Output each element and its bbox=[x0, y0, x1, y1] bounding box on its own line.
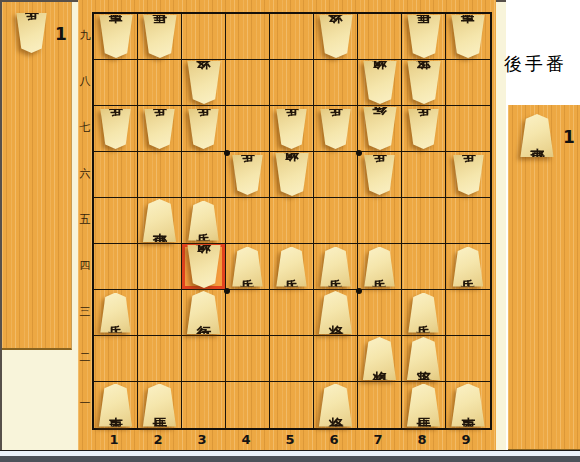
hoshi-dot bbox=[224, 150, 230, 156]
board-cell-9五[interactable] bbox=[446, 198, 490, 244]
rank-label-六: 六 bbox=[78, 150, 92, 196]
board-cell-3四[interactable]: 銀将 bbox=[182, 244, 226, 290]
board-cell-7三[interactable] bbox=[358, 290, 402, 336]
shogi-piece-gote-3三[interactable]: 角行 bbox=[186, 291, 222, 334]
shogi-piece-sente-3七[interactable]: 歩兵 bbox=[187, 109, 220, 149]
board-cell-5九[interactable] bbox=[270, 14, 314, 60]
shogi-piece-sente-7八[interactable]: 銀将 bbox=[362, 61, 398, 104]
board-cell-3七[interactable]: 歩兵 bbox=[182, 106, 226, 152]
board-cell-7六[interactable]: 歩兵 bbox=[358, 152, 402, 198]
shogi-piece-gote-6三[interactable]: 金将 bbox=[318, 291, 354, 334]
shogi-piece-gote-8二[interactable]: 王将 bbox=[406, 337, 442, 380]
rank-label-九: 九 bbox=[78, 12, 92, 58]
shogi-piece-sente-4六[interactable]: 歩兵 bbox=[231, 155, 264, 195]
file-label-5: 5 bbox=[268, 431, 312, 449]
board-cell-1一[interactable]: 香車 bbox=[94, 382, 138, 428]
shogi-piece-gote-9四[interactable]: 歩兵 bbox=[452, 247, 485, 287]
board-cell-4七[interactable] bbox=[226, 106, 270, 152]
board-cell-6二[interactable] bbox=[314, 336, 358, 382]
shogi-piece-sente-8九[interactable]: 桂馬 bbox=[406, 15, 442, 58]
board-cell-5五[interactable] bbox=[270, 198, 314, 244]
board-cell-8三[interactable]: 歩兵 bbox=[402, 290, 446, 336]
board-cell-9七[interactable] bbox=[446, 106, 490, 152]
shogi-piece-gote-9一[interactable]: 香車 bbox=[450, 384, 486, 427]
board-cell-9四[interactable]: 歩兵 bbox=[446, 244, 490, 290]
board-cell-1三[interactable]: 歩兵 bbox=[94, 290, 138, 336]
shogi-piece-gote-hand[interactable]: 飛車 bbox=[519, 114, 555, 157]
shogi-piece-gote-7四[interactable]: 歩兵 bbox=[363, 247, 396, 287]
board-cell-2七[interactable]: 歩兵 bbox=[138, 106, 182, 152]
board-cell-4四[interactable]: 歩兵 bbox=[226, 244, 270, 290]
board-cell-7八[interactable]: 銀将 bbox=[358, 60, 402, 106]
board-cell-1八[interactable] bbox=[94, 60, 138, 106]
board-cell-4九[interactable] bbox=[226, 14, 270, 60]
board-cell-3一[interactable] bbox=[182, 382, 226, 428]
shogi-piece-sente-7七[interactable]: 角行 bbox=[362, 107, 398, 150]
rank-labels: 九八七六五四三二一 bbox=[78, 12, 92, 426]
board-cell-1七[interactable]: 歩兵 bbox=[94, 106, 138, 152]
board-cell-4一[interactable] bbox=[226, 382, 270, 428]
board-cell-6四[interactable]: 歩兵 bbox=[314, 244, 358, 290]
shogi-piece-gote-7二[interactable]: 銀将 bbox=[362, 337, 398, 380]
shogi-piece-sente-8八[interactable]: 王将 bbox=[406, 61, 442, 104]
file-label-9: 9 bbox=[444, 431, 488, 449]
window-bottom-frame bbox=[0, 456, 580, 462]
rank-label-一: 一 bbox=[78, 380, 92, 426]
hoshi-dot bbox=[224, 288, 230, 294]
board-cell-1六[interactable] bbox=[94, 152, 138, 198]
board-cell-6一[interactable]: 金将 bbox=[314, 382, 358, 428]
rank-label-五: 五 bbox=[78, 196, 92, 242]
shogi-piece-gote-2五[interactable]: 飛車 bbox=[142, 199, 178, 242]
shogi-piece-gote-5四[interactable]: 歩兵 bbox=[275, 247, 308, 287]
board-cell-5七[interactable]: 歩兵 bbox=[270, 106, 314, 152]
shogi-piece-gote-2一[interactable]: 桂馬 bbox=[142, 384, 178, 427]
board-cell-5二[interactable] bbox=[270, 336, 314, 382]
shogi-piece-sente-1九[interactable]: 香車 bbox=[98, 15, 134, 58]
shogi-piece-sente-9六[interactable]: 歩兵 bbox=[452, 155, 485, 195]
board-cell-3八[interactable]: 金将 bbox=[182, 60, 226, 106]
board-cell-6七[interactable]: 歩兵 bbox=[314, 106, 358, 152]
shogi-piece-sente-3八[interactable]: 金将 bbox=[186, 61, 222, 104]
shogi-piece-sente-5六[interactable]: 銀将 bbox=[274, 153, 310, 196]
board-cell-8九[interactable]: 桂馬 bbox=[402, 14, 446, 60]
shogi-piece-sente-6九[interactable]: 金将 bbox=[318, 15, 354, 58]
board-cell-7二[interactable]: 銀将 bbox=[358, 336, 402, 382]
board-cell-7五[interactable] bbox=[358, 198, 402, 244]
board-cell-4八[interactable] bbox=[226, 60, 270, 106]
gote-hand-count: 1 bbox=[560, 127, 578, 147]
board-cell-4二[interactable] bbox=[226, 336, 270, 382]
hoshi-dot bbox=[356, 150, 362, 156]
board-cell-4三[interactable] bbox=[226, 290, 270, 336]
board-cell-4六[interactable]: 歩兵 bbox=[226, 152, 270, 198]
board-cell-5六[interactable]: 銀将 bbox=[270, 152, 314, 198]
board-cell-5一[interactable] bbox=[270, 382, 314, 428]
board-cell-9二[interactable] bbox=[446, 336, 490, 382]
file-label-8: 8 bbox=[400, 431, 444, 449]
rank-label-四: 四 bbox=[78, 242, 92, 288]
board-cell-9六[interactable]: 歩兵 bbox=[446, 152, 490, 198]
shogi-piece-sente-3四[interactable]: 銀将 bbox=[186, 245, 222, 288]
board-cell-6五[interactable] bbox=[314, 198, 358, 244]
sente-captured-stand: 歩兵 1 bbox=[2, 2, 72, 350]
rank-label-八: 八 bbox=[78, 58, 92, 104]
shogi-piece-gote-6一[interactable]: 金将 bbox=[318, 384, 354, 427]
shogi-piece-gote-4四[interactable]: 歩兵 bbox=[231, 247, 264, 287]
board-cell-8一[interactable]: 桂馬 bbox=[402, 382, 446, 428]
board-cell-2二[interactable] bbox=[138, 336, 182, 382]
board-cell-8六[interactable] bbox=[402, 152, 446, 198]
board-cell-7七[interactable]: 角行 bbox=[358, 106, 402, 152]
board-grid: 香車桂馬金将桂馬香車金将銀将王将歩兵歩兵歩兵歩兵歩兵角行歩兵歩兵銀将歩兵歩兵飛車… bbox=[92, 12, 492, 430]
hoshi-dot bbox=[356, 288, 362, 294]
turn-indicator: 後手番 bbox=[504, 52, 580, 76]
board-cell-2三[interactable] bbox=[138, 290, 182, 336]
board-cell-5八[interactable] bbox=[270, 60, 314, 106]
board-cell-9八[interactable] bbox=[446, 60, 490, 106]
board-cell-2九[interactable]: 桂馬 bbox=[138, 14, 182, 60]
rank-label-七: 七 bbox=[78, 104, 92, 150]
board-cell-8七[interactable]: 歩兵 bbox=[402, 106, 446, 152]
shogi-piece-sente-7六[interactable]: 歩兵 bbox=[363, 155, 396, 195]
board-cell-6三[interactable]: 金将 bbox=[314, 290, 358, 336]
file-labels: 123456789 bbox=[92, 431, 492, 449]
board-cell-3九[interactable] bbox=[182, 14, 226, 60]
shogi-piece-sente-6七[interactable]: 歩兵 bbox=[319, 109, 352, 149]
board-cell-3六[interactable] bbox=[182, 152, 226, 198]
board-cell-2四[interactable] bbox=[138, 244, 182, 290]
shogi-piece-gote-8三[interactable]: 歩兵 bbox=[407, 293, 440, 333]
file-label-1: 1 bbox=[92, 431, 136, 449]
shogi-piece-gote-8一[interactable]: 桂馬 bbox=[406, 384, 442, 427]
board-cell-1九[interactable]: 香車 bbox=[94, 14, 138, 60]
board-cell-6九[interactable]: 金将 bbox=[314, 14, 358, 60]
shogi-piece-sente-hand[interactable]: 歩兵 bbox=[15, 13, 48, 53]
shogi-piece-sente-1七[interactable]: 歩兵 bbox=[99, 109, 132, 149]
shogi-piece-gote-1一[interactable]: 香車 bbox=[98, 384, 134, 427]
board-cell-9一[interactable]: 香車 bbox=[446, 382, 490, 428]
board-cell-7九[interactable] bbox=[358, 14, 402, 60]
board-cell-8八[interactable]: 王将 bbox=[402, 60, 446, 106]
shogi-piece-gote-6四[interactable]: 歩兵 bbox=[319, 247, 352, 287]
board-cell-3二[interactable] bbox=[182, 336, 226, 382]
board-cell-8二[interactable]: 王将 bbox=[402, 336, 446, 382]
board-cell-1五[interactable] bbox=[94, 198, 138, 244]
shogi-piece-gote-3五[interactable]: 歩兵 bbox=[187, 201, 220, 241]
board-cell-2一[interactable]: 桂馬 bbox=[138, 382, 182, 428]
shogi-piece-sente-5七[interactable]: 歩兵 bbox=[275, 109, 308, 149]
sente-hand-count: 1 bbox=[52, 24, 70, 44]
file-label-7: 7 bbox=[356, 431, 400, 449]
board-cell-2六[interactable] bbox=[138, 152, 182, 198]
file-label-2: 2 bbox=[136, 431, 180, 449]
board-cell-4五[interactable] bbox=[226, 198, 270, 244]
board-cell-6六[interactable] bbox=[314, 152, 358, 198]
shogi-piece-gote-1三[interactable]: 歩兵 bbox=[99, 293, 132, 333]
board-cell-5四[interactable]: 歩兵 bbox=[270, 244, 314, 290]
shogi-piece-sente-2九[interactable]: 桂馬 bbox=[142, 15, 178, 58]
board-cell-1二[interactable] bbox=[94, 336, 138, 382]
board-cell-2八[interactable] bbox=[138, 60, 182, 106]
board-cell-5三[interactable] bbox=[270, 290, 314, 336]
shogi-piece-sente-2七[interactable]: 歩兵 bbox=[143, 109, 176, 149]
board-cell-8五[interactable] bbox=[402, 198, 446, 244]
rank-label-三: 三 bbox=[78, 288, 92, 334]
file-label-6: 6 bbox=[312, 431, 356, 449]
board-cell-9九[interactable]: 香車 bbox=[446, 14, 490, 60]
shogi-board: 九八七六五四三二一 香車桂馬金将桂馬香車金将銀将王将歩兵歩兵歩兵歩兵歩兵角行歩兵… bbox=[78, 0, 496, 450]
rank-label-二: 二 bbox=[78, 334, 92, 380]
board-cell-8四[interactable] bbox=[402, 244, 446, 290]
file-label-3: 3 bbox=[180, 431, 224, 449]
board-cell-2五[interactable]: 飛車 bbox=[138, 198, 182, 244]
board-cell-1四[interactable] bbox=[94, 244, 138, 290]
board-cell-3五[interactable]: 歩兵 bbox=[182, 198, 226, 244]
file-label-4: 4 bbox=[224, 431, 268, 449]
shogi-piece-sente-9九[interactable]: 香車 bbox=[450, 15, 486, 58]
board-cell-3三[interactable]: 角行 bbox=[182, 290, 226, 336]
board-cell-7四[interactable]: 歩兵 bbox=[358, 244, 402, 290]
shogi-piece-sente-8七[interactable]: 歩兵 bbox=[407, 109, 440, 149]
board-cell-9三[interactable] bbox=[446, 290, 490, 336]
board-cell-7一[interactable] bbox=[358, 382, 402, 428]
board-cell-6八[interactable] bbox=[314, 60, 358, 106]
gote-captured-stand: 飛車 1 bbox=[508, 105, 580, 450]
